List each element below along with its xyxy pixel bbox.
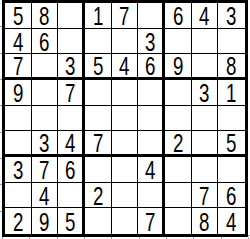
sudoku-cell-r7c1[interactable]: 3 <box>5 157 32 183</box>
given-digit: 7 <box>199 183 209 209</box>
sudoku-cell-r9c4[interactable] <box>85 208 112 234</box>
given-digit: 3 <box>13 157 23 183</box>
sudoku-board: 5817643463735469897313472537644276295784 <box>2 0 248 237</box>
sudoku-cell-r1c7[interactable]: 6 <box>165 3 192 29</box>
given-digit: 3 <box>199 80 209 106</box>
sudoku-cell-r5c8[interactable] <box>192 106 219 132</box>
sudoku-cell-r8c8[interactable]: 7 <box>192 183 219 209</box>
sudoku-cell-r5c7[interactable] <box>165 106 192 132</box>
sudoku-cell-r6c8[interactable] <box>192 131 219 157</box>
sudoku-cell-r2c3[interactable] <box>58 29 85 55</box>
sudoku-cell-r8c5[interactable] <box>112 183 139 209</box>
sudoku-cell-r4c2[interactable] <box>32 80 59 106</box>
sudoku-cell-r4c7[interactable] <box>165 80 192 106</box>
sudoku-cell-r9c3[interactable]: 5 <box>58 208 85 234</box>
sudoku-cell-r7c4[interactable] <box>85 157 112 183</box>
grid-tick <box>248 235 250 236</box>
sudoku-cell-r8c9[interactable]: 6 <box>218 183 245 209</box>
given-digit: 7 <box>65 80 75 106</box>
sudoku-cell-r5c1[interactable] <box>5 106 32 132</box>
sudoku-cell-r9c2[interactable]: 9 <box>32 208 59 234</box>
sudoku-screenshot: { "game": "sudoku", "position": "58.17.6… <box>0 0 250 239</box>
sudoku-cell-r6c2[interactable]: 3 <box>32 131 59 157</box>
grid-tick <box>0 211 2 212</box>
sudoku-cell-r1c9[interactable]: 3 <box>218 3 245 29</box>
sudoku-cell-r4c3[interactable]: 7 <box>58 80 85 106</box>
given-digit: 7 <box>93 131 103 156</box>
given-digit: 7 <box>13 54 23 79</box>
given-digit: 2 <box>173 131 183 156</box>
given-digit: 9 <box>173 54 183 79</box>
sudoku-cell-r3c8[interactable] <box>192 54 219 80</box>
sudoku-cell-r9c5[interactable] <box>112 208 139 234</box>
grid-tick <box>221 237 222 239</box>
sudoku-cell-r2c7[interactable] <box>165 29 192 55</box>
sudoku-cell-r7c8[interactable] <box>192 157 219 183</box>
grid-tick <box>139 237 140 239</box>
sudoku-cell-r2c8[interactable] <box>192 29 219 55</box>
grid-tick <box>111 237 112 239</box>
sudoku-cell-r6c5[interactable] <box>112 131 139 157</box>
given-digit: 4 <box>199 3 209 29</box>
sudoku-cell-r8c1[interactable] <box>5 183 32 209</box>
grid-tick <box>0 158 2 159</box>
given-digit: 6 <box>226 183 236 209</box>
given-digit: 2 <box>13 208 23 234</box>
sudoku-cell-r4c5[interactable] <box>112 80 139 106</box>
sudoku-cell-r7c5[interactable] <box>112 157 139 183</box>
grid-tick <box>0 26 2 27</box>
sudoku-cell-r8c3[interactable] <box>58 183 85 209</box>
given-digit: 6 <box>145 54 155 79</box>
grid-tick <box>193 237 194 239</box>
sudoku-cell-r7c2[interactable]: 7 <box>32 157 59 183</box>
sudoku-cell-r2c1[interactable]: 4 <box>5 29 32 55</box>
sudoku-cell-r9c9[interactable]: 4 <box>218 208 245 234</box>
sudoku-cell-r5c3[interactable] <box>58 106 85 132</box>
sudoku-cell-r9c7[interactable] <box>165 208 192 234</box>
sudoku-cell-r6c6[interactable] <box>138 131 165 157</box>
sudoku-cell-r7c6[interactable]: 4 <box>138 157 165 183</box>
sudoku-cell-r8c2[interactable]: 4 <box>32 183 59 209</box>
given-digit: 4 <box>13 29 23 55</box>
grid-tick <box>0 184 2 185</box>
sudoku-cell-r6c1[interactable] <box>5 131 32 157</box>
sudoku-cell-r6c3[interactable]: 4 <box>58 131 85 157</box>
given-digit: 9 <box>13 80 23 106</box>
sudoku-cell-r3c3[interactable]: 3 <box>58 54 85 80</box>
sudoku-cell-r3c4[interactable]: 5 <box>85 54 112 80</box>
sudoku-cell-r5c4[interactable] <box>85 106 112 132</box>
grid-tick <box>84 237 85 239</box>
sudoku-cell-r2c5[interactable] <box>112 29 139 55</box>
sudoku-cell-r3c2[interactable] <box>32 54 59 80</box>
sudoku-cell-r2c9[interactable] <box>218 29 245 55</box>
sudoku-cell-r1c4[interactable]: 1 <box>85 3 112 29</box>
sudoku-cell-r1c3[interactable] <box>58 3 85 29</box>
sudoku-cell-r4c9[interactable]: 1 <box>218 80 245 106</box>
sudoku-cell-r3c5[interactable]: 4 <box>112 54 139 80</box>
given-digit: 1 <box>226 80 236 106</box>
given-digit: 8 <box>199 208 209 234</box>
sudoku-cell-r1c6[interactable] <box>138 3 165 29</box>
given-digit: 3 <box>226 3 236 29</box>
sudoku-cell-r6c7[interactable]: 2 <box>165 131 192 157</box>
grid-tick <box>29 237 30 239</box>
sudoku-cell-r7c3[interactable]: 6 <box>58 157 85 183</box>
given-digit: 3 <box>65 54 75 79</box>
given-digit: 5 <box>13 3 23 29</box>
sudoku-cell-r3c9[interactable]: 8 <box>218 54 245 80</box>
given-digit: 4 <box>226 208 236 234</box>
given-digit: 6 <box>39 29 49 55</box>
sudoku-cell-r4c8[interactable]: 3 <box>192 80 219 106</box>
given-digit: 5 <box>226 131 236 156</box>
grid-tick <box>0 105 2 106</box>
given-digit: 3 <box>145 29 155 55</box>
sudoku-cell-r3c1[interactable]: 7 <box>5 54 32 80</box>
sudoku-cell-r4c1[interactable]: 9 <box>5 80 32 106</box>
sudoku-cell-r9c6[interactable]: 7 <box>138 208 165 234</box>
grid-tick <box>0 132 2 133</box>
given-digit: 8 <box>39 3 49 29</box>
sudoku-cell-r3c7[interactable]: 9 <box>165 54 192 80</box>
sudoku-cell-r6c9[interactable]: 5 <box>218 131 245 157</box>
given-digit: 9 <box>39 208 49 234</box>
sudoku-cell-r5c5[interactable] <box>112 106 139 132</box>
given-digit: 5 <box>65 208 75 234</box>
sudoku-cell-r7c9[interactable] <box>218 157 245 183</box>
sudoku-cell-r8c7[interactable] <box>165 183 192 209</box>
sudoku-cell-r9c1[interactable]: 2 <box>5 208 32 234</box>
sudoku-cell-r8c4[interactable]: 2 <box>85 183 112 209</box>
given-digit: 3 <box>39 131 49 156</box>
given-digit: 4 <box>65 131 75 156</box>
grid-tick <box>57 237 58 239</box>
sudoku-cell-r4c6[interactable] <box>138 80 165 106</box>
sudoku-cell-r3c6[interactable]: 6 <box>138 54 165 80</box>
given-digit: 4 <box>119 54 129 79</box>
given-digit: 7 <box>145 208 155 234</box>
grid-tick <box>248 237 249 239</box>
given-digit: 7 <box>39 157 49 183</box>
given-digit: 6 <box>65 157 75 183</box>
sudoku-cell-r9c8[interactable]: 8 <box>192 208 219 234</box>
given-digit: 1 <box>93 3 103 29</box>
given-digit: 6 <box>173 3 183 29</box>
sudoku-cell-r5c6[interactable] <box>138 106 165 132</box>
sudoku-cell-r6c4[interactable]: 7 <box>85 131 112 157</box>
sudoku-cell-r4c4[interactable] <box>85 80 112 106</box>
sudoku-cell-r8c6[interactable] <box>138 183 165 209</box>
given-digit: 8 <box>226 54 236 79</box>
sudoku-cell-r5c2[interactable] <box>32 106 59 132</box>
sudoku-cell-r1c1[interactable]: 5 <box>5 3 32 29</box>
sudoku-cell-r1c8[interactable]: 4 <box>192 3 219 29</box>
sudoku-cell-r2c2[interactable]: 6 <box>32 29 59 55</box>
given-digit: 4 <box>145 157 155 183</box>
sudoku-cell-r1c2[interactable]: 8 <box>32 3 59 29</box>
grid-tick <box>0 53 2 54</box>
sudoku-cell-r7c7[interactable] <box>165 157 192 183</box>
sudoku-cell-r2c4[interactable] <box>85 29 112 55</box>
grid-tick <box>2 237 3 239</box>
given-digit: 7 <box>119 3 129 29</box>
grid-tick <box>0 79 2 80</box>
sudoku-cell-r5c9[interactable] <box>218 106 245 132</box>
given-digit: 2 <box>93 183 103 209</box>
grid-tick <box>166 237 167 239</box>
sudoku-cell-r1c5[interactable]: 7 <box>112 3 139 29</box>
given-digit: 5 <box>93 54 103 79</box>
given-digit: 4 <box>39 183 49 209</box>
sudoku-cell-r2c6[interactable]: 3 <box>138 29 165 55</box>
